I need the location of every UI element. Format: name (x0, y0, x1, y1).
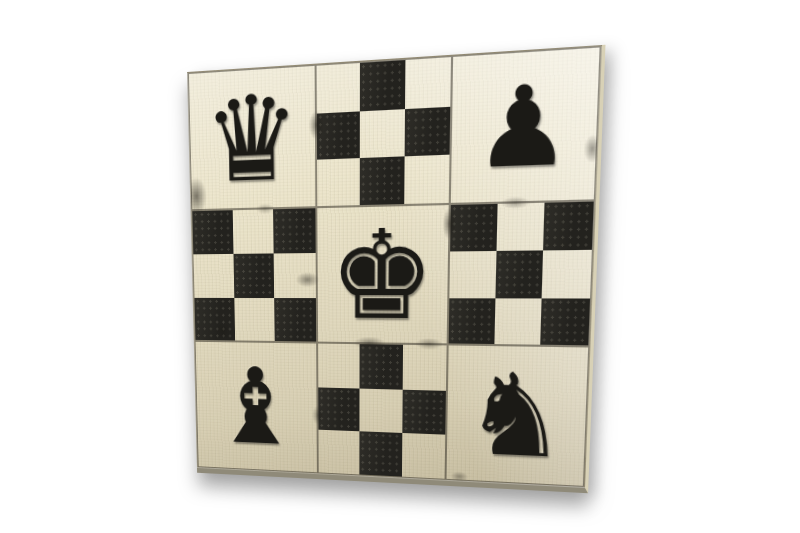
canvas-front: ♛ ♟ ♚ ♝ ♞ (187, 45, 602, 488)
black-king-piece: ♚ (329, 212, 436, 337)
checker-cell-black (450, 204, 497, 252)
checker-cell-black (360, 156, 404, 204)
chess-canvas-art: ♛ ♟ ♚ ♝ ♞ (187, 45, 605, 494)
checker-cell-black (541, 298, 590, 346)
checker-cell-black (360, 345, 403, 390)
checker-cell-black (318, 387, 360, 431)
checker-cell-cream (232, 209, 273, 254)
panel-middle-left-checkerboard (191, 207, 316, 343)
checker-cell-cream (405, 57, 452, 109)
checker-cell-cream (274, 253, 316, 298)
panel-bottom-left-bishop: ♝ (195, 341, 318, 473)
checker-cell-cream (542, 250, 592, 298)
panel-bottom-middle-checkerboard (317, 343, 448, 480)
checker-cell-cream (402, 433, 446, 478)
panel-grid: ♛ ♟ ♚ ♝ ♞ (188, 46, 601, 487)
black-queen-piece: ♛ (203, 77, 300, 199)
checker-cell-cream (494, 298, 542, 345)
wall-scene: ♛ ♟ ♚ ♝ ♞ (0, 0, 800, 533)
canvas-shadow: ♛ ♟ ♚ ♝ ♞ (0, 0, 800, 533)
checker-cell-cream (496, 202, 545, 251)
checker-cell-cream (360, 388, 403, 433)
checker-cell-black (316, 111, 360, 160)
checker-cell-black (544, 201, 594, 250)
panel-center-king: ♚ (316, 204, 450, 345)
checker-cell-black (360, 60, 405, 111)
panel-bottom-right-knight: ♞ (446, 345, 589, 487)
checker-cell-cream (318, 430, 359, 474)
checker-cell-black (360, 432, 403, 477)
checker-cell-black (233, 254, 274, 298)
checker-cell-cream (317, 158, 360, 206)
checker-cell-black (273, 208, 315, 254)
checker-cell-cream (402, 345, 446, 391)
checker-cell-cream (234, 298, 275, 342)
black-knight-piece: ♞ (463, 357, 570, 474)
checker-cell-black (192, 210, 233, 255)
panel-top-right-pawn: ♟ (450, 46, 601, 203)
panel-middle-right-checkerboard (448, 200, 595, 347)
black-pawn-piece: ♟ (474, 68, 574, 184)
checker-cell-black (449, 298, 495, 344)
black-bishop-piece: ♝ (211, 353, 301, 460)
checker-cell-cream (318, 344, 360, 389)
checker-cell-cream (316, 63, 360, 113)
panel-top-left-queen: ♛ (188, 65, 316, 210)
checker-cell-cream (193, 254, 233, 298)
checker-cell-black (495, 251, 543, 299)
panel-top-middle-checkerboard (315, 56, 452, 207)
checker-cell-black (404, 106, 450, 156)
checker-cell-black (194, 298, 234, 341)
checker-cell-cream (360, 109, 405, 159)
checker-cell-cream (404, 155, 450, 204)
checker-cell-cream (450, 251, 497, 298)
checker-cell-black (274, 298, 316, 342)
checker-cell-black (402, 390, 446, 436)
